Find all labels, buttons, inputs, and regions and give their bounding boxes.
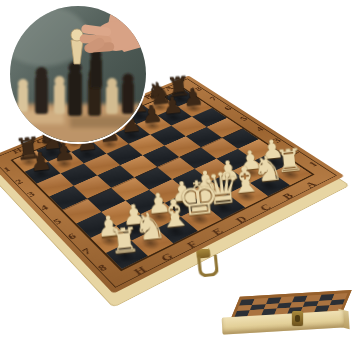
folded-chess-box: [222, 294, 349, 344]
box-brass-clasp-icon: [292, 311, 303, 326]
white-rook-on-h1: ♜: [100, 222, 148, 257]
inset-dark-piece: [90, 50, 102, 89]
brass-clasp-icon: [195, 248, 214, 279]
inset-illustration: [10, 6, 146, 142]
inset-photo-circle: [10, 6, 146, 142]
product-photo: ♜♟♟♜♞♟♟♞♝♟♟♝♛♟♟♛♚♟♟♚♝♟♟♝♞♟♟♞♜♟♟♜ 1234567…: [0, 0, 352, 352]
black-pawn-on-h7: ♟: [19, 149, 61, 175]
clasp-loop: [197, 254, 220, 278]
square-h1: ♜: [106, 241, 148, 269]
